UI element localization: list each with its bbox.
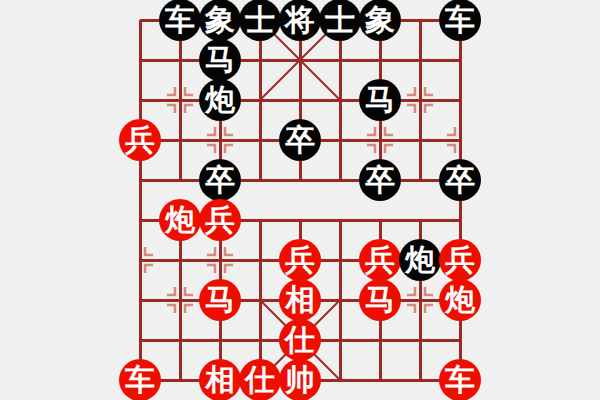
board-point: 兵 — [440, 240, 480, 280]
board-point: 卒 — [440, 160, 480, 200]
piece-red-chariot[interactable]: 车 — [119, 359, 161, 400]
board-point: 士 — [320, 0, 360, 40]
piece-black-cannon[interactable]: 炮 — [399, 239, 441, 281]
piece-black-chariot[interactable]: 车 — [159, 0, 201, 41]
piece-black-soldier[interactable]: 卒 — [279, 119, 321, 161]
piece-black-cannon[interactable]: 炮 — [199, 79, 241, 121]
board-point: 马 — [360, 80, 400, 120]
piece-red-soldier[interactable]: 兵 — [279, 239, 321, 281]
piece-black-soldier[interactable]: 卒 — [359, 159, 401, 201]
piece-black-horse[interactable]: 马 — [199, 39, 241, 81]
board-point: 帅 — [280, 360, 320, 400]
board-point: 马 — [360, 280, 400, 320]
board-point: 炮 — [200, 80, 240, 120]
piece-layer: 车象士将士象车马炮马兵卒卒卒卒炮兵兵兵炮兵马相马炮仕车相仕帅车 — [120, 0, 480, 400]
piece-red-elephant[interactable]: 相 — [279, 279, 321, 321]
board-point: 象 — [200, 0, 240, 40]
board-point: 马 — [200, 280, 240, 320]
board-point: 兵 — [360, 240, 400, 280]
piece-black-soldier[interactable]: 卒 — [199, 159, 241, 201]
board-point: 车 — [160, 0, 200, 40]
board-point: 兵 — [280, 240, 320, 280]
board-point: 卒 — [360, 160, 400, 200]
piece-black-advisor[interactable]: 士 — [319, 0, 361, 41]
piece-red-cannon[interactable]: 炮 — [159, 199, 201, 241]
board-point: 相 — [200, 360, 240, 400]
piece-red-soldier[interactable]: 兵 — [199, 199, 241, 241]
piece-red-general[interactable]: 帅 — [279, 359, 321, 400]
piece-black-elephant[interactable]: 象 — [359, 0, 401, 41]
piece-black-horse[interactable]: 马 — [359, 79, 401, 121]
board-point: 仕 — [280, 320, 320, 360]
piece-black-advisor[interactable]: 士 — [239, 0, 281, 41]
piece-red-soldier[interactable]: 兵 — [359, 239, 401, 281]
board-point: 兵 — [200, 200, 240, 240]
piece-black-elephant[interactable]: 象 — [199, 0, 241, 41]
piece-red-advisor[interactable]: 仕 — [279, 319, 321, 361]
board-point: 车 — [120, 360, 160, 400]
board-point: 车 — [440, 0, 480, 40]
board-point: 仕 — [240, 360, 280, 400]
board-point: 炮 — [400, 240, 440, 280]
board-point: 象 — [360, 0, 400, 40]
piece-red-horse[interactable]: 马 — [359, 279, 401, 321]
board-point: 将 — [280, 0, 320, 40]
piece-red-elephant[interactable]: 相 — [199, 359, 241, 400]
xiangqi-board: 车象士将士象车马炮马兵卒卒卒卒炮兵兵兵炮兵马相马炮仕车相仕帅车 — [0, 0, 600, 400]
piece-red-horse[interactable]: 马 — [199, 279, 241, 321]
piece-red-advisor[interactable]: 仕 — [239, 359, 281, 400]
piece-red-soldier[interactable]: 兵 — [119, 119, 161, 161]
piece-red-chariot[interactable]: 车 — [439, 359, 481, 400]
board-point: 卒 — [280, 120, 320, 160]
board-point: 炮 — [440, 280, 480, 320]
piece-red-cannon[interactable]: 炮 — [439, 279, 481, 321]
board-point: 士 — [240, 0, 280, 40]
board-point: 马 — [200, 40, 240, 80]
board-point: 炮 — [160, 200, 200, 240]
piece-black-soldier[interactable]: 卒 — [439, 159, 481, 201]
board-point: 相 — [280, 280, 320, 320]
board-point: 兵 — [120, 120, 160, 160]
board-point: 车 — [440, 360, 480, 400]
board-point: 卒 — [200, 160, 240, 200]
piece-black-chariot[interactable]: 车 — [439, 0, 481, 41]
piece-black-general[interactable]: 将 — [279, 0, 321, 41]
piece-red-soldier[interactable]: 兵 — [439, 239, 481, 281]
